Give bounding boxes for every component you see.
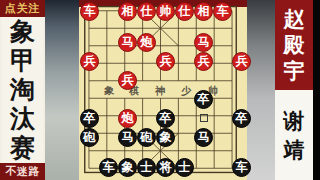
piece-black-c9-r10[interactable]: 车	[232, 158, 251, 177]
piece-red-c1-r4[interactable]: 兵	[80, 52, 99, 71]
follow-banner-label: 点关注	[5, 1, 41, 16]
event-title-char-1: 象	[10, 19, 35, 45]
piece-red-c3-r3[interactable]: 马	[118, 33, 137, 52]
piece-red-c7-r3[interactable]: 马	[194, 33, 213, 52]
piece-red-c3-r1[interactable]: 相	[118, 2, 137, 21]
no-lost-banner-label: 不迷路	[5, 164, 40, 179]
black-player-name-char-2: 靖	[284, 139, 305, 161]
left-sidebar: 点关注 象甲淘汰赛 不迷路	[0, 0, 45, 180]
piece-black-c5-r8[interactable]: 象	[156, 128, 175, 147]
piece-red-c6-r1[interactable]: 仕	[175, 2, 194, 21]
event-title-char-2: 甲	[10, 48, 35, 74]
river-watermark-char-1: 象	[102, 84, 116, 98]
blurred-photo-strip-left	[45, 0, 79, 180]
video-thumbnail: 点关注 象甲淘汰赛 不迷路 车相仕帅仕相车马炮马兵兵兵兵兵炮卒卒卒卒砲马砲象马车…	[0, 0, 320, 180]
piece-black-c9-r7[interactable]: 卒	[232, 109, 251, 128]
piece-red-c9-r4[interactable]: 兵	[232, 52, 251, 71]
piece-black-c1-r8[interactable]: 砲	[80, 128, 99, 147]
piece-black-c1-r7[interactable]: 卒	[80, 109, 99, 128]
piece-black-c5-r10[interactable]: 将	[156, 158, 175, 177]
piece-black-c3-r10[interactable]: 象	[118, 158, 137, 177]
piece-red-c5-r4[interactable]: 兵	[156, 52, 175, 71]
last-move-marker	[200, 114, 208, 122]
event-title-vertical: 象甲淘汰赛	[2, 17, 43, 163]
piece-red-c8-r1[interactable]: 车	[213, 2, 232, 21]
piece-red-c3-r5[interactable]: 兵	[118, 71, 137, 90]
piece-black-c4-r10[interactable]: 士	[137, 158, 156, 177]
follow-banner: 点关注	[0, 0, 45, 17]
piece-black-c4-r8[interactable]: 砲	[137, 128, 156, 147]
piece-black-c3-r8[interactable]: 马	[118, 128, 137, 147]
piece-red-c4-r3[interactable]: 炮	[137, 33, 156, 52]
piece-black-c5-r7[interactable]: 卒	[156, 109, 175, 128]
piece-red-c5-r1[interactable]: 帅	[156, 2, 175, 21]
blurred-photo-strip-right	[247, 0, 275, 180]
piece-black-c2-r10[interactable]: 车	[99, 158, 118, 177]
black-player-name-char-1: 谢	[284, 110, 305, 132]
right-black-edge	[313, 0, 320, 180]
piece-red-c7-r1[interactable]: 相	[194, 2, 213, 21]
red-player-name-char-3: 宇	[284, 60, 305, 82]
piece-black-c6-r10[interactable]: 士	[175, 158, 194, 177]
player-name-black-side: 谢靖	[275, 90, 313, 180]
piece-red-c3-r7[interactable]: 炮	[118, 109, 137, 128]
right-sidebar: 赵殿宇 谢靖	[275, 0, 313, 180]
piece-red-c1-r1[interactable]: 车	[80, 2, 99, 21]
red-player-name-char-1: 赵	[284, 8, 305, 30]
red-player-name-char-2: 殿	[284, 34, 305, 56]
piece-red-c7-r4[interactable]: 兵	[194, 52, 213, 71]
no-lost-banner: 不迷路	[0, 163, 45, 180]
xiangqi-board: 车相仕帅仕相车马炮马兵兵兵兵兵炮卒卒卒卒砲马砲象马车象士将士车 象棋神少帅	[79, 0, 247, 180]
piece-black-c7-r8[interactable]: 马	[194, 128, 213, 147]
event-title-char-5: 赛	[10, 135, 35, 161]
river-watermark-char-4: 少	[179, 84, 193, 98]
piece-red-c4-r1[interactable]: 仕	[137, 2, 156, 21]
piece-black-c7-r6[interactable]: 卒	[194, 90, 213, 109]
event-title-char-3: 淘	[10, 77, 35, 103]
river-watermark-char-3: 神	[153, 84, 167, 98]
event-title-char-4: 汰	[10, 106, 35, 132]
player-name-red-side: 赵殿宇	[275, 0, 313, 90]
